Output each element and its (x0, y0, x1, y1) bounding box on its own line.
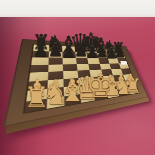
maker-label-sticker (120, 61, 127, 65)
chess-photo-scene: ♜♞♝♛♚♝♞♜♟♟♟♟♟♟♟♟♟♟♟♟♟♟♟♟♜♞♝♛♚♝♞♜ (0, 0, 155, 155)
black-pawn-a7[interactable]: ♟ (32, 41, 49, 60)
black-pawn-h7[interactable]: ♟ (114, 47, 126, 60)
white-rook-h1[interactable]: ♜ (124, 76, 141, 95)
background-wall (0, 0, 155, 18)
